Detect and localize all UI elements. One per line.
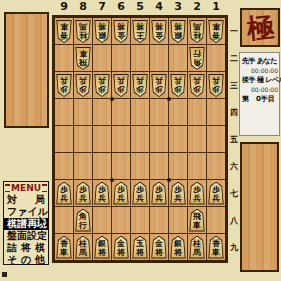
piece-face: 歩兵 (114, 183, 128, 204)
shogi-piece-gote-歩兵[interactable]: 歩兵 (189, 74, 205, 97)
piece-kanji: 桂 (193, 31, 201, 40)
rank-label: 四 (229, 99, 239, 125)
piece-face: 歩兵 (76, 75, 90, 96)
board-cell-6-4[interactable] (112, 99, 130, 125)
shogi-piece-gote-歩兵[interactable]: 歩兵 (113, 74, 129, 97)
board-cell-2-9[interactable]: 桂馬 (188, 234, 206, 260)
shogi-piece-sente-銀将[interactable]: 銀将 (170, 236, 186, 259)
menu-title-bar-right-icon (42, 184, 47, 192)
piece-kanji: 行 (79, 221, 87, 230)
board-cell-9-2[interactable] (55, 45, 73, 71)
board-cell-5-6[interactable] (131, 153, 149, 179)
piece-kanji: 歩 (174, 185, 182, 194)
board-cell-1-5[interactable] (207, 126, 225, 152)
sente-clock: 00:00:00 (242, 66, 277, 75)
rank-label: 六 (229, 153, 239, 179)
piece-face: 桂馬 (76, 21, 90, 42)
shogi-piece-gote-飛車[interactable]: 飛車 (75, 47, 91, 70)
shogi-piece-gote-歩兵[interactable]: 歩兵 (132, 74, 148, 97)
shogi-board: 香車桂馬銀将金将王将金将銀将桂馬香車飛車角行歩兵歩兵歩兵歩兵歩兵歩兵歩兵歩兵歩兵… (52, 15, 228, 263)
shogi-piece-gote-香車[interactable]: 香車 (56, 20, 72, 43)
piece-kanji: 歩 (60, 185, 68, 194)
piece-face: 歩兵 (57, 75, 71, 96)
game-info-panel: 先手 あなた 00:00:00 後手 極 レベル0 00:00:00 第 0手目 (239, 52, 280, 136)
shogi-piece-sente-歩兵[interactable]: 歩兵 (170, 182, 186, 205)
board-cell-2-6[interactable] (188, 153, 206, 179)
piece-face: 歩兵 (190, 183, 204, 204)
shogi-piece-gote-王将[interactable]: 王将 (132, 20, 148, 43)
piece-face: 歩兵 (171, 75, 185, 96)
file-label: 3 (169, 0, 187, 14)
piece-face: 金将 (152, 237, 166, 258)
rank-label: 九 (229, 234, 239, 260)
piece-kanji: 歩 (155, 85, 163, 94)
shogi-piece-sente-飛車[interactable]: 飛車 (189, 209, 205, 232)
piece-kanji: 歩 (136, 185, 144, 194)
piece-face: 角行 (76, 210, 90, 231)
board-cell-3-3[interactable]: 歩兵 (169, 72, 187, 98)
board-cell-6-7[interactable]: 歩兵 (112, 180, 130, 206)
board-cell-5-8[interactable] (131, 207, 149, 233)
piece-kanji: 将 (174, 22, 182, 31)
board-cell-8-5[interactable] (74, 126, 92, 152)
app-logo: 極 (240, 8, 280, 47)
piece-face: 銀将 (171, 237, 185, 258)
board-cell-8-8[interactable]: 角行 (74, 207, 92, 233)
board-cell-4-8[interactable] (150, 207, 168, 233)
shogi-piece-sente-桂馬[interactable]: 桂馬 (189, 236, 205, 259)
piece-kanji: 歩 (136, 85, 144, 94)
piece-kanji: 桂 (193, 239, 201, 248)
shogi-piece-sente-歩兵[interactable]: 歩兵 (132, 182, 148, 205)
piece-kanji: 金 (155, 239, 163, 248)
gote-clock: 00:00:00 (242, 85, 277, 94)
board-cell-2-2[interactable]: 角行 (188, 45, 206, 71)
piece-face: 桂馬 (76, 237, 90, 258)
piece-kanji: 角 (79, 212, 87, 221)
menu-title-bar-left-icon (5, 184, 10, 192)
board-cell-6-9[interactable]: 金将 (112, 234, 130, 260)
shogi-piece-gote-歩兵[interactable]: 歩兵 (208, 74, 224, 97)
file-label: 9 (55, 0, 73, 14)
piece-face: 桂馬 (190, 21, 204, 42)
board-cell-3-5[interactable] (169, 126, 187, 152)
piece-kanji: 将 (174, 248, 182, 257)
rank-label: 三 (229, 72, 239, 98)
piece-kanji: 兵 (79, 76, 87, 85)
board-cell-9-3[interactable]: 歩兵 (55, 72, 73, 98)
shogi-piece-sente-金将[interactable]: 金将 (151, 236, 167, 259)
file-label: 6 (112, 0, 130, 14)
board-cell-2-1[interactable]: 桂馬 (188, 18, 206, 44)
file-label: 1 (207, 0, 225, 14)
piece-kanji: 兵 (60, 76, 68, 85)
board-cell-5-7[interactable]: 歩兵 (131, 180, 149, 206)
piece-kanji: 桂 (79, 31, 87, 40)
piece-face: 歩兵 (95, 183, 109, 204)
piece-face: 歩兵 (114, 75, 128, 96)
piece-face: 歩兵 (133, 183, 147, 204)
board-cell-8-6[interactable] (74, 153, 92, 179)
board-cell-7-4[interactable] (93, 99, 111, 125)
rank-coordinates: 一二三四五六七八九 (229, 18, 239, 260)
piece-kanji: 兵 (155, 194, 163, 203)
shogi-piece-sente-歩兵[interactable]: 歩兵 (94, 182, 110, 205)
piece-kanji: 車 (212, 22, 220, 31)
piece-kanji: 車 (79, 49, 87, 58)
piece-face: 角行 (190, 48, 204, 69)
shogi-app-screen: 987654321 一二三四五六七八九 香車桂馬銀将金将王将金将銀将桂馬香車飛車… (0, 0, 281, 281)
piece-kanji: 兵 (98, 194, 106, 203)
piece-face: 飛車 (190, 210, 204, 231)
piece-kanji: 兵 (193, 76, 201, 85)
piece-kanji: 王 (136, 31, 144, 40)
shogi-piece-gote-角行[interactable]: 角行 (189, 47, 205, 70)
piece-kanji: 車 (60, 22, 68, 31)
file-label: 2 (188, 0, 206, 14)
piece-face: 銀将 (95, 237, 109, 258)
piece-kanji: 飛 (79, 58, 87, 67)
board-cell-1-7[interactable]: 歩兵 (207, 180, 225, 206)
piece-face: 歩兵 (57, 183, 71, 204)
board-cell-8-3[interactable]: 歩兵 (74, 72, 92, 98)
piece-kanji: 歩 (79, 185, 87, 194)
board-cell-1-3[interactable]: 歩兵 (207, 72, 225, 98)
move-counter: 第 0手目 (242, 94, 277, 105)
board-cell-1-2[interactable] (207, 45, 225, 71)
board-cell-8-1[interactable]: 桂馬 (74, 18, 92, 44)
piece-kanji: 将 (117, 248, 125, 257)
piece-face: 歩兵 (76, 183, 90, 204)
shogi-piece-gote-金将[interactable]: 金将 (151, 20, 167, 43)
shogi-piece-sente-金将[interactable]: 金将 (113, 236, 129, 259)
piece-kanji: 歩 (193, 185, 201, 194)
board-cell-7-3[interactable]: 歩兵 (93, 72, 111, 98)
piece-kanji: 歩 (98, 185, 106, 194)
board-cell-4-4[interactable] (150, 99, 168, 125)
gote-player-label: 後手 極 レベル0 (242, 75, 277, 85)
board-cell-4-1[interactable]: 金将 (150, 18, 168, 44)
shogi-piece-gote-香車[interactable]: 香車 (208, 20, 224, 43)
piece-face: 銀将 (95, 21, 109, 42)
file-label: 5 (131, 0, 149, 14)
shogi-piece-gote-桂馬[interactable]: 桂馬 (75, 20, 91, 43)
board-grid: 香車桂馬銀将金将王将金将銀将桂馬香車飛車角行歩兵歩兵歩兵歩兵歩兵歩兵歩兵歩兵歩兵… (55, 18, 225, 260)
menu-item-対局[interactable]: 対局 (4, 194, 48, 206)
piece-kanji: 兵 (79, 194, 87, 203)
board-cell-4-2[interactable] (150, 45, 168, 71)
piece-kanji: 兵 (212, 76, 220, 85)
piece-kanji: 馬 (193, 248, 201, 257)
shogi-piece-sente-香車[interactable]: 香車 (208, 236, 224, 259)
piece-kanji: 銀 (174, 31, 182, 40)
piece-kanji: 歩 (98, 85, 106, 94)
board-cell-1-4[interactable] (207, 99, 225, 125)
shogi-piece-gote-歩兵[interactable]: 歩兵 (151, 74, 167, 97)
piece-kanji: 玉 (136, 239, 144, 248)
piece-kanji: 兵 (60, 194, 68, 203)
piece-kanji: 将 (98, 22, 106, 31)
piece-kanji: 歩 (193, 85, 201, 94)
piece-face: 香車 (57, 237, 71, 258)
piece-face: 歩兵 (209, 75, 223, 96)
piece-kanji: 兵 (174, 76, 182, 85)
board-cell-3-6[interactable] (169, 153, 187, 179)
piece-kanji: 銀 (98, 31, 106, 40)
board-cell-4-3[interactable]: 歩兵 (150, 72, 168, 98)
piece-kanji: 香 (212, 239, 220, 248)
shogi-piece-sente-歩兵[interactable]: 歩兵 (208, 182, 224, 205)
screen-artifact (2, 272, 7, 277)
board-cell-1-9[interactable]: 香車 (207, 234, 225, 260)
menu-item-詰将棋[interactable]: 詰将棋 (4, 242, 48, 254)
piece-kanji: 飛 (193, 212, 201, 221)
hoshi-dot-icon (167, 178, 171, 182)
board-cell-4-7[interactable]: 歩兵 (150, 180, 168, 206)
piece-kanji: 馬 (79, 22, 87, 31)
board-cell-2-5[interactable] (188, 126, 206, 152)
board-cell-5-1[interactable]: 王将 (131, 18, 149, 44)
piece-kanji: 将 (136, 248, 144, 257)
piece-kanji: 金 (117, 239, 125, 248)
board-cell-3-4[interactable] (169, 99, 187, 125)
piece-kanji: 金 (155, 31, 163, 40)
piece-kanji: 歩 (117, 185, 125, 194)
board-cell-7-1[interactable]: 銀将 (93, 18, 111, 44)
board-cell-8-7[interactable]: 歩兵 (74, 180, 92, 206)
board-cell-3-2[interactable] (169, 45, 187, 71)
shogi-piece-gote-歩兵[interactable]: 歩兵 (94, 74, 110, 97)
piece-kanji: 歩 (174, 85, 182, 94)
menu-items: 対局ファイル棋譜再現盤面設定詰将棋その他 (4, 194, 48, 266)
sente-captured-pieces-tray[interactable] (240, 142, 279, 272)
board-cell-1-1[interactable]: 香車 (207, 18, 225, 44)
board-cell-4-9[interactable]: 金将 (150, 234, 168, 260)
piece-kanji: 歩 (60, 85, 68, 94)
piece-kanji: 角 (193, 58, 201, 67)
board-cell-1-8[interactable] (207, 207, 225, 233)
shogi-piece-sente-歩兵[interactable]: 歩兵 (189, 182, 205, 205)
file-label: 8 (74, 0, 92, 14)
board-cell-2-7[interactable]: 歩兵 (188, 180, 206, 206)
piece-face: 金将 (114, 21, 128, 42)
sente-player-label: 先手 あなた (242, 56, 277, 66)
board-cell-5-9[interactable]: 玉将 (131, 234, 149, 260)
logo-kanji: 極 (245, 8, 276, 47)
piece-face: 飛車 (76, 48, 90, 69)
shogi-piece-sente-歩兵[interactable]: 歩兵 (56, 182, 72, 205)
shogi-piece-gote-歩兵[interactable]: 歩兵 (170, 74, 186, 97)
piece-kanji: 銀 (174, 239, 182, 248)
piece-kanji: 歩 (212, 85, 220, 94)
board-cell-8-4[interactable] (74, 99, 92, 125)
piece-kanji: 兵 (117, 76, 125, 85)
board-cell-9-5[interactable] (55, 126, 73, 152)
board-cell-3-8[interactable] (169, 207, 187, 233)
piece-kanji: 兵 (174, 194, 182, 203)
board-cell-6-5[interactable] (112, 126, 130, 152)
board-cell-2-8[interactable]: 飛車 (188, 207, 206, 233)
board-cell-6-3[interactable]: 歩兵 (112, 72, 130, 98)
menu-title-text: MENU (11, 183, 41, 193)
piece-face: 歩兵 (95, 75, 109, 96)
board-cell-6-2[interactable] (112, 45, 130, 71)
shogi-piece-gote-桂馬[interactable]: 桂馬 (189, 20, 205, 43)
piece-kanji: 兵 (98, 76, 106, 85)
board-cell-9-8[interactable] (55, 207, 73, 233)
hoshi-dot-icon (110, 97, 114, 101)
board-cell-5-3[interactable]: 歩兵 (131, 72, 149, 98)
piece-kanji: 兵 (136, 76, 144, 85)
mouse-cursor-icon (38, 215, 48, 229)
file-coordinates: 987654321 (55, 0, 225, 14)
board-cell-5-2[interactable] (131, 45, 149, 71)
shogi-piece-sente-香車[interactable]: 香車 (56, 236, 72, 259)
board-cell-9-4[interactable] (55, 99, 73, 125)
shogi-piece-sente-角行[interactable]: 角行 (75, 209, 91, 232)
piece-face: 王将 (133, 21, 147, 42)
board-cell-3-9[interactable]: 銀将 (169, 234, 187, 260)
board-cell-8-9[interactable]: 桂馬 (74, 234, 92, 260)
piece-kanji: 香 (60, 31, 68, 40)
piece-kanji: 歩 (79, 85, 87, 94)
piece-kanji: 車 (60, 248, 68, 257)
shogi-piece-gote-歩兵[interactable]: 歩兵 (56, 74, 72, 97)
board-cell-7-8[interactable] (93, 207, 111, 233)
gote-captured-pieces-tray[interactable] (4, 12, 49, 128)
board-cell-7-9[interactable]: 銀将 (93, 234, 111, 260)
piece-face: 歩兵 (209, 183, 223, 204)
board-cell-7-6[interactable] (93, 153, 111, 179)
rank-label: 五 (229, 126, 239, 152)
piece-face: 歩兵 (152, 183, 166, 204)
board-cell-2-4[interactable] (188, 99, 206, 125)
piece-kanji: 将 (155, 248, 163, 257)
board-cell-4-6[interactable] (150, 153, 168, 179)
file-label: 4 (150, 0, 168, 14)
piece-kanji: 車 (193, 221, 201, 230)
shogi-piece-gote-金将[interactable]: 金将 (113, 20, 129, 43)
piece-face: 香車 (209, 237, 223, 258)
rank-label: 一 (229, 18, 239, 44)
board-cell-6-1[interactable]: 金将 (112, 18, 130, 44)
piece-face: 玉将 (133, 237, 147, 258)
board-cell-6-6[interactable] (112, 153, 130, 179)
piece-kanji: 桂 (79, 239, 87, 248)
piece-face: 香車 (209, 21, 223, 42)
hoshi-dot-icon (167, 97, 171, 101)
piece-kanji: 行 (193, 49, 201, 58)
menu-item-その他[interactable]: その他 (4, 254, 48, 266)
board-cell-6-8[interactable] (112, 207, 130, 233)
piece-kanji: 車 (212, 248, 220, 257)
menu-title: MENU (4, 182, 48, 194)
piece-kanji: 将 (136, 22, 144, 31)
shogi-piece-sente-歩兵[interactable]: 歩兵 (151, 182, 167, 205)
shogi-piece-sente-銀将[interactable]: 銀将 (94, 236, 110, 259)
piece-kanji: 歩 (117, 85, 125, 94)
piece-kanji: 将 (117, 22, 125, 31)
piece-kanji: 歩 (155, 185, 163, 194)
piece-face: 歩兵 (171, 183, 185, 204)
board-cell-3-7[interactable]: 歩兵 (169, 180, 187, 206)
board-cell-2-3[interactable]: 歩兵 (188, 72, 206, 98)
board-cell-7-5[interactable] (93, 126, 111, 152)
piece-kanji: 兵 (193, 194, 201, 203)
piece-kanji: 銀 (98, 239, 106, 248)
piece-face: 銀将 (171, 21, 185, 42)
piece-kanji: 馬 (79, 248, 87, 257)
piece-kanji: 馬 (193, 22, 201, 31)
shogi-piece-sente-歩兵[interactable]: 歩兵 (75, 182, 91, 205)
piece-kanji: 兵 (155, 76, 163, 85)
piece-face: 歩兵 (152, 75, 166, 96)
board-cell-9-7[interactable]: 歩兵 (55, 180, 73, 206)
board-cell-1-6[interactable] (207, 153, 225, 179)
file-label: 7 (93, 0, 111, 14)
board-cell-7-7[interactable]: 歩兵 (93, 180, 111, 206)
board-cell-7-2[interactable] (93, 45, 111, 71)
rank-label: 二 (229, 45, 239, 71)
piece-face: 歩兵 (133, 75, 147, 96)
hoshi-dot-icon (110, 178, 114, 182)
piece-kanji: 将 (155, 22, 163, 31)
piece-face: 金将 (114, 237, 128, 258)
piece-kanji: 香 (60, 239, 68, 248)
board-cell-4-5[interactable] (150, 126, 168, 152)
piece-face: 歩兵 (190, 75, 204, 96)
piece-kanji: 兵 (212, 194, 220, 203)
piece-face: 桂馬 (190, 237, 204, 258)
piece-kanji: 香 (212, 31, 220, 40)
rank-label: 七 (229, 180, 239, 206)
piece-face: 金将 (152, 21, 166, 42)
shogi-piece-sente-歩兵[interactable]: 歩兵 (113, 182, 129, 205)
rank-label: 八 (229, 207, 239, 233)
piece-kanji: 金 (117, 31, 125, 40)
shogi-piece-gote-歩兵[interactable]: 歩兵 (75, 74, 91, 97)
menu-item-盤面設定[interactable]: 盤面設定 (4, 230, 48, 242)
board-cell-9-1[interactable]: 香車 (55, 18, 73, 44)
piece-kanji: 歩 (212, 185, 220, 194)
piece-kanji: 兵 (136, 194, 144, 203)
shogi-piece-sente-桂馬[interactable]: 桂馬 (75, 236, 91, 259)
shogi-piece-gote-銀将[interactable]: 銀将 (94, 20, 110, 43)
piece-kanji: 将 (98, 248, 106, 257)
shogi-piece-gote-銀将[interactable]: 銀将 (170, 20, 186, 43)
board-cell-9-6[interactable] (55, 153, 73, 179)
piece-face: 香車 (57, 21, 71, 42)
board-cell-5-4[interactable] (131, 99, 149, 125)
board-cell-8-2[interactable]: 飛車 (74, 45, 92, 71)
shogi-piece-sente-玉将[interactable]: 玉将 (132, 236, 148, 259)
board-cell-9-9[interactable]: 香車 (55, 234, 73, 260)
board-cell-5-5[interactable] (131, 126, 149, 152)
piece-kanji: 兵 (117, 194, 125, 203)
board-cell-3-1[interactable]: 銀将 (169, 18, 187, 44)
